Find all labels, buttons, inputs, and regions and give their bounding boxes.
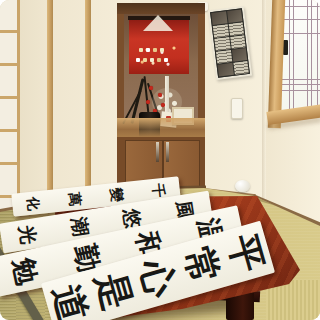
kanji-glyph: 化 bbox=[26, 195, 41, 210]
round-floor-object bbox=[235, 180, 250, 192]
doll-icon bbox=[164, 58, 168, 62]
poster-cell bbox=[233, 61, 249, 75]
light-switch bbox=[231, 98, 243, 119]
scroll-hanging-cord bbox=[143, 15, 173, 31]
kanji-glyph: 千 bbox=[151, 182, 166, 197]
poster-chart bbox=[210, 8, 250, 77]
doll-icon bbox=[157, 58, 161, 62]
kanji-glyph: 常 bbox=[179, 243, 225, 289]
door-handle bbox=[156, 142, 159, 162]
shoji-lattice bbox=[0, 0, 20, 224]
doll-icon bbox=[143, 58, 147, 62]
cabinet-counter bbox=[117, 118, 205, 139]
doll-icon bbox=[153, 48, 157, 52]
doll-icon bbox=[160, 48, 164, 52]
kanji-glyph: 萬 bbox=[67, 191, 82, 206]
kanji-glyph: 心 bbox=[135, 255, 181, 301]
poster-cell bbox=[228, 22, 244, 36]
wall-corner bbox=[262, 0, 266, 208]
cabinet-top-frame bbox=[117, 3, 205, 14]
door-handle bbox=[166, 142, 169, 162]
kanji-glyph: 是 bbox=[91, 268, 137, 314]
doll-shelf bbox=[139, 48, 189, 52]
window-glass bbox=[282, 0, 320, 117]
poster-cell bbox=[216, 50, 232, 64]
room-photo: 千變萬化 風悠潮光 温和勤勉 平常心是道 bbox=[0, 0, 320, 320]
doll-icon bbox=[139, 48, 143, 52]
poster-cell bbox=[231, 48, 247, 62]
poster-cell bbox=[211, 11, 227, 25]
kanji-glyph: 光 bbox=[17, 224, 39, 246]
wall-wood-strip bbox=[47, 0, 53, 214]
kanji-glyph: 潮 bbox=[69, 215, 91, 237]
poster-cell bbox=[230, 35, 246, 49]
doll-icon bbox=[146, 48, 150, 52]
kanji-glyph: 變 bbox=[109, 187, 124, 202]
kanji-glyph: 平 bbox=[223, 230, 269, 276]
poster-cell bbox=[214, 37, 230, 51]
kanji-glyph: 道 bbox=[47, 280, 93, 320]
red-flower bbox=[158, 93, 162, 97]
doll-icon bbox=[136, 58, 140, 62]
kanji-glyph: 勉 bbox=[10, 255, 42, 287]
wall-wood-strip bbox=[85, 0, 91, 211]
red-flower bbox=[149, 86, 153, 90]
poster-cell bbox=[213, 24, 229, 38]
window-latch-icon bbox=[283, 40, 288, 55]
doll-icon bbox=[150, 58, 154, 62]
red-flower bbox=[146, 100, 150, 104]
doll-shelf bbox=[136, 58, 189, 62]
poster-cell bbox=[227, 9, 243, 23]
poster-cell bbox=[218, 63, 234, 77]
